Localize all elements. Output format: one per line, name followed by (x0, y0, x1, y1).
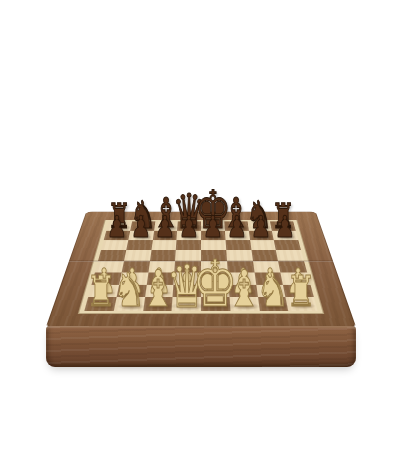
black-pawn-c7[interactable]: ♟ (155, 212, 176, 242)
black-pawn-e7[interactable]: ♟ (203, 212, 224, 242)
white-rook-h1[interactable]: ♜ (287, 271, 317, 313)
black-pawn-f7[interactable]: ♟ (227, 212, 248, 242)
product-photo-scene: ♜♞♝♛♚♝♞♜♟♟♟♟♟♟♟♟♟♟♟♟♟♟♟♟♜♞♝♛♚♝♞♜ (0, 0, 400, 472)
black-pawn-b7[interactable]: ♟ (131, 212, 152, 242)
pieces-layer: ♜♞♝♛♚♝♞♜♟♟♟♟♟♟♟♟♟♟♟♟♟♟♟♟♜♞♝♛♚♝♞♜ (0, 0, 400, 472)
black-pawn-g7[interactable]: ♟ (251, 212, 272, 242)
black-pawn-d7[interactable]: ♟ (179, 212, 200, 242)
black-pawn-h7[interactable]: ♟ (275, 212, 296, 242)
black-pawn-a7[interactable]: ♟ (107, 212, 128, 242)
white-rook-a1[interactable]: ♜ (86, 271, 116, 313)
white-knight-g1[interactable]: ♞ (256, 267, 289, 314)
